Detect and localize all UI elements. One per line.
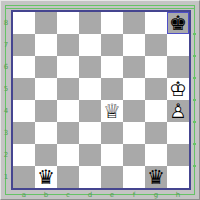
square-h2[interactable] [167,144,189,166]
square-a4[interactable] [13,100,35,122]
square-h4[interactable]: ♟♙ [167,100,189,122]
square-d2[interactable] [79,144,101,166]
square-h6[interactable] [167,56,189,78]
square-h8[interactable]: ♚ [167,12,189,34]
square-a6[interactable] [13,56,35,78]
square-c5[interactable] [57,78,79,100]
square-e4[interactable]: ♛♕ [101,100,123,122]
square-b8[interactable] [35,12,57,34]
square-g3[interactable] [145,122,167,144]
piece-black-queen[interactable]: ♛ [145,166,167,188]
rank-label-4: 4 [2,107,10,115]
square-e2[interactable] [101,144,123,166]
square-a7[interactable] [13,34,35,56]
file-label-g: g [151,191,161,199]
file-label-c: c [63,191,73,199]
square-e1[interactable] [101,166,123,188]
square-f8[interactable] [123,12,145,34]
square-c4[interactable] [57,100,79,122]
piece-white-queen[interactable]: ♕ [101,100,123,122]
file-label-b: b [41,191,51,199]
square-g6[interactable] [145,56,167,78]
square-g8[interactable] [145,12,167,34]
square-e3[interactable] [101,122,123,144]
rank-label-5: 5 [2,85,10,93]
right-frame-tick [193,165,196,167]
file-label-e: e [107,191,117,199]
square-f1[interactable] [123,166,145,188]
square-d1[interactable] [79,166,101,188]
square-d3[interactable] [79,122,101,144]
square-d6[interactable] [79,56,101,78]
square-b6[interactable] [35,56,57,78]
square-c1[interactable] [57,166,79,188]
right-frame-tick [193,77,196,79]
square-g4[interactable] [145,100,167,122]
square-c8[interactable] [57,12,79,34]
square-a2[interactable] [13,144,35,166]
rank-label-3: 3 [2,129,10,137]
square-h1[interactable] [167,166,189,188]
square-h7[interactable] [167,34,189,56]
frame-accent-line-top [5,8,195,9]
square-c6[interactable] [57,56,79,78]
file-label-h: h [173,191,183,199]
square-h5[interactable]: ♚♔ [167,78,189,100]
square-b4[interactable] [35,100,57,122]
square-g7[interactable] [145,34,167,56]
square-e7[interactable] [101,34,123,56]
square-d5[interactable] [79,78,101,100]
right-frame-tick [193,55,196,57]
square-b1[interactable]: ♛ [35,166,57,188]
right-frame-tick [193,143,196,145]
square-b7[interactable] [35,34,57,56]
square-b5[interactable] [35,78,57,100]
square-a1[interactable] [13,166,35,188]
board: ♚♚♔♛♕♟♙♛♛ [11,10,191,190]
piece-white-king[interactable]: ♔ [167,78,189,100]
rank-label-7: 7 [2,41,10,49]
piece-white-pawn[interactable]: ♙ [167,100,189,122]
square-a3[interactable] [13,122,35,144]
right-frame-tick [193,121,196,123]
square-d7[interactable] [79,34,101,56]
file-label-d: d [85,191,95,199]
square-e5[interactable] [101,78,123,100]
square-c3[interactable] [57,122,79,144]
square-c2[interactable] [57,144,79,166]
square-g5[interactable] [145,78,167,100]
chess-app-window: ♚♚♔♛♕♟♙♛♛ 87654321abcdefgh [0,0,200,200]
piece-black-queen[interactable]: ♛ [35,166,57,188]
square-f2[interactable] [123,144,145,166]
rank-label-6: 6 [2,63,10,71]
square-b2[interactable] [35,144,57,166]
square-g2[interactable] [145,144,167,166]
rank-label-8: 8 [2,19,10,27]
right-frame-tick [193,33,196,35]
square-a8[interactable] [13,12,35,34]
square-f5[interactable] [123,78,145,100]
file-label-a: a [19,191,29,199]
square-c7[interactable] [57,34,79,56]
square-b3[interactable] [35,122,57,144]
square-g1[interactable]: ♛ [145,166,167,188]
square-f7[interactable] [123,34,145,56]
square-d4[interactable] [79,100,101,122]
square-f3[interactable] [123,122,145,144]
file-label-f: f [129,191,139,199]
piece-black-king[interactable]: ♚ [167,12,189,34]
square-f6[interactable] [123,56,145,78]
square-d8[interactable] [79,12,101,34]
square-e8[interactable] [101,12,123,34]
rank-label-2: 2 [2,151,10,159]
right-frame-tick [193,99,196,101]
square-f4[interactable] [123,100,145,122]
square-h3[interactable] [167,122,189,144]
square-a5[interactable] [13,78,35,100]
rank-label-1: 1 [2,173,10,181]
square-e6[interactable] [101,56,123,78]
